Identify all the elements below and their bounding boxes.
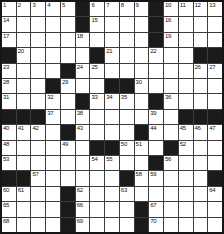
cell-r5c4[interactable] <box>46 64 60 78</box>
cell-r2c5[interactable] <box>61 17 75 31</box>
black-cell-r12c1 <box>2 171 16 185</box>
cell-r11c10[interactable] <box>135 156 149 170</box>
cell-r5c1[interactable]: 23 <box>2 64 16 78</box>
cell-r13c2[interactable]: 61 <box>17 187 31 201</box>
cell-r13c13[interactable] <box>179 187 193 201</box>
cell-r4c3[interactable] <box>31 48 45 62</box>
cell-r14c4[interactable] <box>46 202 60 216</box>
clue-number-49: 49 <box>62 141 68 148</box>
black-cell-r12c2 <box>17 171 31 185</box>
black-cell-r4c14 <box>194 48 208 62</box>
clue-number-68: 68 <box>3 218 9 225</box>
cell-r9c7[interactable] <box>90 125 104 139</box>
cell-r10c15[interactable] <box>208 141 222 155</box>
clue-number-52: 52 <box>180 141 186 148</box>
cell-r5c6[interactable]: 24 <box>76 64 90 78</box>
cell-r15c15[interactable] <box>208 218 222 232</box>
cell-r15c7[interactable] <box>90 218 104 232</box>
clue-number-3: 3 <box>32 2 35 9</box>
cell-r12c13[interactable] <box>179 171 193 185</box>
clue-number-47: 47 <box>209 125 215 132</box>
cell-r4c12[interactable] <box>164 48 178 62</box>
cell-r15c13[interactable] <box>179 218 193 232</box>
cell-r3c9[interactable] <box>120 33 134 47</box>
cell-r6c5[interactable]: 29 <box>61 79 75 93</box>
cell-r3c10[interactable] <box>135 33 149 47</box>
crossword-puzzle: 1234567891011121314151617181920212223242… <box>0 0 224 234</box>
crossword-grid: 1234567891011121314151617181920212223242… <box>0 0 224 234</box>
clue-number-51: 51 <box>136 141 142 148</box>
cell-r10c4[interactable] <box>46 141 60 155</box>
clue-number-69: 69 <box>77 218 83 225</box>
clue-number-8: 8 <box>121 2 124 9</box>
cell-r4c9[interactable] <box>120 48 134 62</box>
clue-number-5: 5 <box>62 2 65 9</box>
black-cell-r13c5 <box>61 187 75 201</box>
cell-r1c15[interactable]: 13 <box>208 2 222 16</box>
clue-number-54: 54 <box>91 156 97 163</box>
cell-r6c14[interactable] <box>194 79 208 93</box>
cell-r1c13[interactable]: 11 <box>179 2 193 16</box>
cell-r11c5[interactable] <box>61 156 75 170</box>
clue-number-50: 50 <box>121 141 127 148</box>
cell-r8c9[interactable] <box>120 110 134 124</box>
clue-number-70: 70 <box>150 218 156 225</box>
cell-r8c8[interactable] <box>105 110 119 124</box>
cell-r10c14[interactable] <box>194 141 208 155</box>
clue-number-53: 53 <box>3 156 9 163</box>
black-cell-r2c6 <box>76 17 90 31</box>
cell-r11c8[interactable]: 55 <box>105 156 119 170</box>
cell-r12c5[interactable] <box>61 171 75 185</box>
clue-number-4: 4 <box>47 2 50 9</box>
cell-r4c8[interactable]: 21 <box>105 48 119 62</box>
cell-r3c15[interactable] <box>208 33 222 47</box>
cell-r15c4[interactable] <box>46 218 60 232</box>
black-cell-r8c1 <box>2 110 16 124</box>
cell-r2c10[interactable] <box>135 17 149 31</box>
cell-r11c12[interactable]: 56 <box>164 156 178 170</box>
cell-r2c8[interactable] <box>105 17 119 31</box>
cell-r6c12[interactable] <box>164 79 178 93</box>
cell-r1c10[interactable]: 9 <box>135 2 149 16</box>
cell-r14c14[interactable] <box>194 202 208 216</box>
cell-r3c3[interactable] <box>31 33 45 47</box>
clue-number-38: 38 <box>77 110 83 117</box>
clue-number-18: 18 <box>77 33 83 40</box>
cell-r7c9[interactable]: 35 <box>120 94 134 108</box>
clue-number-19: 19 <box>165 33 171 40</box>
cell-r11c3[interactable] <box>31 156 45 170</box>
cell-r15c9[interactable] <box>120 218 134 232</box>
cell-r8c7[interactable] <box>90 110 104 124</box>
cell-r7c10[interactable] <box>135 94 149 108</box>
cell-r6c2[interactable] <box>17 79 31 93</box>
cell-r9c15[interactable]: 47 <box>208 125 222 139</box>
cell-r9c4[interactable] <box>46 125 60 139</box>
clue-number-62: 62 <box>77 187 83 194</box>
black-cell-r11c11 <box>149 156 163 170</box>
cell-r5c10[interactable] <box>135 64 149 78</box>
cell-r1c14[interactable]: 12 <box>194 2 208 16</box>
cell-r5c14[interactable]: 26 <box>194 64 208 78</box>
cell-r1c5[interactable]: 5 <box>61 2 75 16</box>
cell-r6c6[interactable] <box>76 79 90 93</box>
clue-number-39: 39 <box>150 110 156 117</box>
cell-r14c12[interactable] <box>164 202 178 216</box>
cell-r3c4[interactable] <box>46 33 60 47</box>
cell-r10c9[interactable]: 50 <box>120 141 134 155</box>
cell-r6c10[interactable]: 30 <box>135 79 149 93</box>
clue-number-42: 42 <box>32 125 38 132</box>
cell-r1c7[interactable]: 6 <box>90 2 104 16</box>
cell-r7c1[interactable]: 31 <box>2 94 16 108</box>
cell-r9c14[interactable]: 46 <box>194 125 208 139</box>
cell-r1c2[interactable]: 2 <box>17 2 31 16</box>
black-cell-r15c10 <box>135 218 149 232</box>
black-cell-r4c7 <box>90 48 104 62</box>
cell-r6c3[interactable] <box>31 79 45 93</box>
cell-r5c7[interactable]: 25 <box>90 64 104 78</box>
cell-r11c7[interactable]: 54 <box>90 156 104 170</box>
black-cell-r1c11 <box>149 2 163 16</box>
cell-r5c12[interactable] <box>164 64 178 78</box>
cell-r8c4[interactable]: 37 <box>46 110 60 124</box>
cell-r5c15[interactable]: 27 <box>208 64 222 78</box>
clue-number-63: 63 <box>121 187 127 194</box>
clue-number-1: 1 <box>3 2 6 9</box>
cell-r10c3[interactable] <box>31 141 45 155</box>
cell-r10c13[interactable]: 52 <box>179 141 193 155</box>
cell-r3c5[interactable] <box>61 33 75 47</box>
cell-r13c6[interactable]: 62 <box>76 187 90 201</box>
black-cell-r15c5 <box>61 218 75 232</box>
clue-number-9: 9 <box>136 2 139 9</box>
cell-r3c6[interactable]: 18 <box>76 33 90 47</box>
clue-number-59: 59 <box>150 171 156 178</box>
cell-r14c13[interactable] <box>179 202 193 216</box>
cell-r7c15[interactable] <box>208 94 222 108</box>
cell-r10c5[interactable]: 49 <box>61 141 75 155</box>
clue-number-55: 55 <box>106 156 112 163</box>
cell-r4c4[interactable] <box>46 48 60 62</box>
cell-r2c15[interactable] <box>208 17 222 31</box>
cell-r2c4[interactable] <box>46 17 60 31</box>
cell-r10c10[interactable]: 51 <box>135 141 149 155</box>
cell-r1c8[interactable]: 7 <box>105 2 119 16</box>
cell-r15c12[interactable] <box>164 218 178 232</box>
cell-r9c6[interactable]: 43 <box>76 125 90 139</box>
cell-r12c3[interactable]: 57 <box>31 171 45 185</box>
clue-number-26: 26 <box>195 64 201 71</box>
clue-number-16: 16 <box>165 17 171 24</box>
black-cell-r2c11 <box>149 17 163 31</box>
cell-r9c12[interactable] <box>164 125 178 139</box>
clue-number-43: 43 <box>77 125 83 132</box>
clue-number-66: 66 <box>77 202 83 209</box>
cell-r8c6[interactable]: 38 <box>76 110 90 124</box>
clue-number-25: 25 <box>91 64 97 71</box>
cell-r14c2[interactable] <box>17 202 31 216</box>
cell-r13c11[interactable] <box>149 187 163 201</box>
cell-r4c13[interactable] <box>179 48 193 62</box>
cell-r7c2[interactable] <box>17 94 31 108</box>
cell-r6c7[interactable] <box>90 79 104 93</box>
cell-r2c14[interactable] <box>194 17 208 31</box>
cell-r3c14[interactable] <box>194 33 208 47</box>
clue-number-11: 11 <box>180 2 186 9</box>
clue-number-65: 65 <box>3 202 9 209</box>
cell-r12c10[interactable]: 58 <box>135 171 149 185</box>
black-cell-r9c10 <box>135 125 149 139</box>
cell-r2c12[interactable]: 16 <box>164 17 178 31</box>
cell-r12c8[interactable] <box>105 171 119 185</box>
black-cell-r14c10 <box>135 202 149 216</box>
black-cell-r1c6 <box>76 2 90 16</box>
cell-r3c8[interactable] <box>105 33 119 47</box>
cell-r10c6[interactable] <box>76 141 90 155</box>
cell-r15c2[interactable] <box>17 218 31 232</box>
cell-r4c6[interactable] <box>76 48 90 62</box>
clue-number-21: 21 <box>106 48 112 55</box>
clue-number-10: 10 <box>165 2 171 9</box>
cell-r5c13[interactable] <box>179 64 193 78</box>
cell-r14c11[interactable]: 67 <box>149 202 163 216</box>
clue-number-6: 6 <box>91 2 94 9</box>
cell-r9c1[interactable]: 40 <box>2 125 16 139</box>
black-cell-r4c1 <box>2 48 16 62</box>
cell-r14c6[interactable]: 66 <box>76 202 90 216</box>
cell-r11c2[interactable] <box>17 156 31 170</box>
clue-number-2: 2 <box>18 2 21 9</box>
clue-number-20: 20 <box>18 48 24 55</box>
cell-r11c15[interactable] <box>208 156 222 170</box>
cell-r14c9[interactable] <box>120 202 134 216</box>
cell-r3c7[interactable] <box>90 33 104 47</box>
cell-r8c12[interactable] <box>164 110 178 124</box>
clue-number-31: 31 <box>3 94 9 101</box>
clue-number-64: 64 <box>209 187 215 194</box>
cell-r11c14[interactable] <box>194 156 208 170</box>
cell-r10c11[interactable] <box>149 141 163 155</box>
black-cell-r6c4 <box>46 79 60 93</box>
black-cell-r5c5 <box>61 64 75 78</box>
cell-r7c4[interactable]: 32 <box>46 94 60 108</box>
clue-number-56: 56 <box>165 156 171 163</box>
clue-number-7: 7 <box>106 2 109 9</box>
black-cell-r10c12 <box>164 141 178 155</box>
clue-number-36: 36 <box>165 94 171 101</box>
cell-r10c2[interactable] <box>17 141 31 155</box>
clue-number-32: 32 <box>47 94 53 101</box>
cell-r5c11[interactable] <box>149 64 163 78</box>
cell-r1c12[interactable]: 10 <box>164 2 178 16</box>
cell-r13c8[interactable] <box>105 187 119 201</box>
cell-r3c1[interactable]: 17 <box>2 33 16 47</box>
cell-r14c1[interactable]: 65 <box>2 202 16 216</box>
clue-number-17: 17 <box>3 33 9 40</box>
cell-r5c8[interactable] <box>105 64 119 78</box>
clue-number-30: 30 <box>136 79 142 86</box>
cell-r1c3[interactable]: 3 <box>31 2 45 16</box>
cell-r9c8[interactable] <box>105 125 119 139</box>
clue-number-15: 15 <box>91 17 97 24</box>
cell-r7c3[interactable] <box>31 94 45 108</box>
black-cell-r14c5 <box>61 202 75 216</box>
cell-r8c11[interactable]: 39 <box>149 110 163 124</box>
clue-number-12: 12 <box>195 2 201 9</box>
clue-number-35: 35 <box>121 94 127 101</box>
cell-r7c8[interactable]: 34 <box>105 94 119 108</box>
cell-r5c3[interactable] <box>31 64 45 78</box>
cell-r9c9[interactable] <box>120 125 134 139</box>
black-cell-r4c15 <box>208 48 222 62</box>
cell-r4c11[interactable]: 22 <box>149 48 163 62</box>
black-cell-r8c14 <box>194 110 208 124</box>
black-cell-r6c9 <box>120 79 134 93</box>
cell-r1c1[interactable]: 1 <box>2 2 16 16</box>
cell-r12c7[interactable] <box>90 171 104 185</box>
cell-r3c13[interactable] <box>179 33 193 47</box>
cell-r1c9[interactable]: 8 <box>120 2 134 16</box>
cell-r12c14[interactable] <box>194 171 208 185</box>
cell-r13c14[interactable] <box>194 187 208 201</box>
cell-r8c5[interactable] <box>61 110 75 124</box>
cell-r7c5[interactable] <box>61 94 75 108</box>
cell-r13c12[interactable] <box>164 187 178 201</box>
clue-number-14: 14 <box>3 17 9 24</box>
cell-r6c15[interactable] <box>208 79 222 93</box>
black-cell-r8c15 <box>208 110 222 124</box>
clue-number-48: 48 <box>3 141 9 148</box>
clue-number-45: 45 <box>180 125 186 132</box>
clue-number-44: 44 <box>150 125 156 132</box>
black-cell-r7c6 <box>76 94 90 108</box>
black-cell-r8c13 <box>179 110 193 124</box>
cell-r11c6[interactable] <box>76 156 90 170</box>
clue-number-41: 41 <box>18 125 24 132</box>
cell-r10c1[interactable]: 48 <box>2 141 16 155</box>
cell-r2c1[interactable]: 14 <box>2 17 16 31</box>
clue-number-13: 13 <box>209 2 215 9</box>
cell-r11c1[interactable]: 53 <box>2 156 16 170</box>
black-cell-r8c2 <box>17 110 31 124</box>
black-cell-r10c7 <box>90 141 104 155</box>
clue-number-29: 29 <box>62 79 68 86</box>
cell-r13c3[interactable] <box>31 187 45 201</box>
cell-r2c13[interactable] <box>179 17 193 31</box>
clue-number-60: 60 <box>3 187 9 194</box>
cell-r6c11[interactable] <box>149 79 163 93</box>
clue-number-24: 24 <box>77 64 83 71</box>
cell-r3c2[interactable] <box>17 33 31 47</box>
cell-r13c9[interactable]: 63 <box>120 187 134 201</box>
black-cell-r12c15 <box>208 171 222 185</box>
clue-number-40: 40 <box>3 125 9 132</box>
cell-r5c2[interactable] <box>17 64 31 78</box>
cell-r6c13[interactable] <box>179 79 193 93</box>
clue-number-57: 57 <box>32 171 38 178</box>
cell-r11c9[interactable] <box>120 156 134 170</box>
cell-r15c1[interactable]: 68 <box>2 218 16 232</box>
cell-r13c7[interactable] <box>90 187 104 201</box>
cell-r15c3[interactable] <box>31 218 45 232</box>
clue-number-58: 58 <box>136 171 142 178</box>
cell-r7c7[interactable]: 33 <box>90 94 104 108</box>
black-cell-r10c8 <box>105 141 119 155</box>
clue-number-46: 46 <box>195 125 201 132</box>
cell-r9c11[interactable]: 44 <box>149 125 163 139</box>
clue-number-33: 33 <box>91 94 97 101</box>
cell-r2c9[interactable] <box>120 17 134 31</box>
cell-r4c2[interactable]: 20 <box>17 48 31 62</box>
cell-r12c6[interactable] <box>76 171 90 185</box>
black-cell-r8c3 <box>31 110 45 124</box>
cell-r15c6[interactable]: 69 <box>76 218 90 232</box>
cell-r13c4[interactable] <box>46 187 60 201</box>
cell-r4c5[interactable] <box>61 48 75 62</box>
cell-r12c12[interactable] <box>164 171 178 185</box>
cell-r2c3[interactable] <box>31 17 45 31</box>
clue-number-67: 67 <box>150 202 156 209</box>
cell-r14c15[interactable] <box>208 202 222 216</box>
cell-r5c9[interactable] <box>120 64 134 78</box>
black-cell-r3c11 <box>149 33 163 47</box>
cell-r6c1[interactable]: 28 <box>2 79 16 93</box>
clue-number-27: 27 <box>209 64 215 71</box>
cell-r2c7[interactable]: 15 <box>90 17 104 31</box>
cell-r15c11[interactable]: 70 <box>149 218 163 232</box>
cell-r3c12[interactable]: 19 <box>164 33 178 47</box>
cell-r12c11[interactable]: 59 <box>149 171 163 185</box>
black-cell-r6c8 <box>105 79 119 93</box>
cell-r9c3[interactable]: 42 <box>31 125 45 139</box>
black-cell-r7c11 <box>149 94 163 108</box>
cell-r1c4[interactable]: 4 <box>46 2 60 16</box>
cell-r14c7[interactable] <box>90 202 104 216</box>
clue-number-37: 37 <box>47 110 53 117</box>
cell-r8c10[interactable] <box>135 110 149 124</box>
cell-r12c4[interactable] <box>46 171 60 185</box>
clue-number-22: 22 <box>150 48 156 55</box>
cell-r15c8[interactable] <box>105 218 119 232</box>
cell-r14c3[interactable] <box>31 202 45 216</box>
clue-number-28: 28 <box>3 79 9 86</box>
cell-r11c13[interactable] <box>179 156 193 170</box>
cell-r4c10[interactable] <box>135 48 149 62</box>
cell-r14c8[interactable] <box>105 202 119 216</box>
cell-r7c13[interactable] <box>179 94 193 108</box>
cell-r11c4[interactable] <box>46 156 60 170</box>
clue-number-23: 23 <box>3 64 9 71</box>
cell-r9c13[interactable]: 45 <box>179 125 193 139</box>
cell-r9c2[interactable]: 41 <box>17 125 31 139</box>
cell-r15c14[interactable] <box>194 218 208 232</box>
cell-r7c12[interactable]: 36 <box>164 94 178 108</box>
cell-r13c1[interactable]: 60 <box>2 187 16 201</box>
cell-r7c14[interactable] <box>194 94 208 108</box>
cell-r13c15[interactable]: 64 <box>208 187 222 201</box>
clue-number-61: 61 <box>18 187 24 194</box>
black-cell-r9c5 <box>61 125 75 139</box>
cell-r2c2[interactable] <box>17 17 31 31</box>
cell-r13c10[interactable] <box>135 187 149 201</box>
black-cell-r12c9 <box>120 171 134 185</box>
clue-number-34: 34 <box>106 94 112 101</box>
